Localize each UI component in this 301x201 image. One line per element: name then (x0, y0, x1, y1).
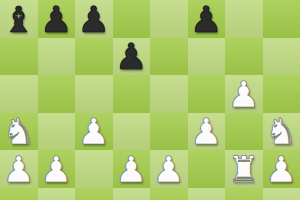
chess-board-viewport: ♝♟♟♟♟♟♞♟♟♞♟♟♟♟♜♟ (0, 0, 300, 200)
square-h6[interactable] (263, 0, 301, 38)
black-bishop[interactable]: ♝ (3, 2, 35, 38)
square-e6[interactable] (150, 0, 188, 38)
square-c4[interactable] (75, 75, 113, 113)
square-g5[interactable] (225, 38, 263, 76)
square-c2[interactable] (75, 150, 113, 188)
square-g2[interactable]: ♜ (225, 150, 263, 188)
white-rook[interactable]: ♜ (228, 152, 260, 188)
square-g6[interactable] (225, 0, 263, 38)
square-g1[interactable] (225, 188, 263, 201)
square-f1[interactable] (188, 188, 226, 201)
black-pawn[interactable]: ♟ (40, 2, 72, 38)
square-c6[interactable]: ♟ (75, 0, 113, 38)
square-b1[interactable] (38, 188, 76, 201)
square-f5[interactable] (188, 38, 226, 76)
square-g4[interactable]: ♟ (225, 75, 263, 113)
square-d4[interactable] (113, 75, 151, 113)
square-f4[interactable] (188, 75, 226, 113)
square-e5[interactable] (150, 38, 188, 76)
white-pawn[interactable]: ♟ (153, 152, 185, 188)
black-pawn[interactable]: ♟ (78, 2, 110, 38)
square-b5[interactable] (38, 38, 76, 76)
square-d3[interactable] (113, 113, 151, 151)
square-a1[interactable] (0, 188, 38, 201)
square-h2[interactable]: ♟ (263, 150, 301, 188)
square-f6[interactable]: ♟ (188, 0, 226, 38)
square-e4[interactable] (150, 75, 188, 113)
white-pawn[interactable]: ♟ (265, 152, 297, 188)
square-d6[interactable] (113, 0, 151, 38)
square-f2[interactable] (188, 150, 226, 188)
square-b6[interactable]: ♟ (38, 0, 76, 38)
square-h3[interactable]: ♞ (263, 113, 301, 151)
chess-board: ♝♟♟♟♟♟♞♟♟♞♟♟♟♟♜♟ (0, 0, 300, 200)
square-a3[interactable]: ♞ (0, 113, 38, 151)
square-e3[interactable] (150, 113, 188, 151)
square-d1[interactable] (113, 188, 151, 201)
white-pawn[interactable]: ♟ (3, 152, 35, 188)
square-h4[interactable] (263, 75, 301, 113)
square-h5[interactable] (263, 38, 301, 76)
square-c1[interactable] (75, 188, 113, 201)
square-a5[interactable] (0, 38, 38, 76)
square-c3[interactable]: ♟ (75, 113, 113, 151)
white-pawn[interactable]: ♟ (228, 77, 260, 113)
white-knight[interactable]: ♞ (265, 114, 297, 150)
square-a2[interactable]: ♟ (0, 150, 38, 188)
square-c5[interactable] (75, 38, 113, 76)
white-pawn[interactable]: ♟ (78, 114, 110, 150)
square-b3[interactable] (38, 113, 76, 151)
square-e2[interactable]: ♟ (150, 150, 188, 188)
square-a4[interactable] (0, 75, 38, 113)
square-d2[interactable]: ♟ (113, 150, 151, 188)
square-b2[interactable]: ♟ (38, 150, 76, 188)
white-pawn[interactable]: ♟ (190, 114, 222, 150)
square-f3[interactable]: ♟ (188, 113, 226, 151)
white-pawn[interactable]: ♟ (115, 152, 147, 188)
square-e1[interactable] (150, 188, 188, 201)
white-pawn[interactable]: ♟ (40, 152, 72, 188)
square-a6[interactable]: ♝ (0, 0, 38, 38)
square-b4[interactable] (38, 75, 76, 113)
white-knight[interactable]: ♞ (3, 114, 35, 150)
square-g3[interactable] (225, 113, 263, 151)
square-h1[interactable] (263, 188, 301, 201)
square-d5[interactable]: ♟ (113, 38, 151, 76)
black-pawn[interactable]: ♟ (190, 2, 222, 38)
black-pawn[interactable]: ♟ (115, 39, 147, 75)
